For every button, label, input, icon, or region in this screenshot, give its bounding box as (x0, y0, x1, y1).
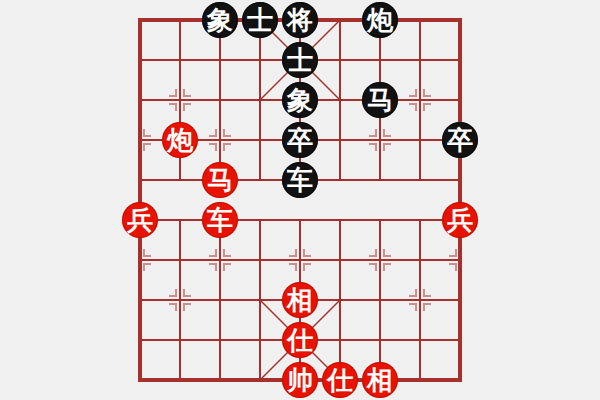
piece-red-elephant[interactable]: 相 (362, 362, 398, 398)
piece-red-soldier[interactable]: 兵 (122, 202, 158, 238)
piece-red-chariot[interactable]: 车 (202, 202, 238, 238)
piece-black-soldier[interactable]: 卒 (282, 122, 318, 158)
piece-red-advisor[interactable]: 仕 (282, 322, 318, 358)
piece-black-horse[interactable]: 马 (362, 82, 398, 118)
piece-black-advisor[interactable]: 士 (282, 42, 318, 78)
piece-black-soldier[interactable]: 卒 (442, 122, 478, 158)
xiangqi-screenshot: 象士将炮士象马卒卒车炮马兵车兵相仕帅仕相 (0, 0, 600, 400)
piece-black-chariot[interactable]: 车 (282, 162, 318, 198)
piece-red-horse[interactable]: 马 (202, 162, 238, 198)
xiangqi-board: 象士将炮士象马卒卒车炮马兵车兵相仕帅仕相 (120, 0, 480, 400)
piece-black-cannon[interactable]: 炮 (362, 2, 398, 38)
piece-red-cannon[interactable]: 炮 (162, 122, 198, 158)
piece-black-advisor[interactable]: 士 (242, 2, 278, 38)
piece-red-advisor[interactable]: 仕 (322, 362, 358, 398)
piece-red-general[interactable]: 帅 (282, 362, 318, 398)
piece-black-elephant[interactable]: 象 (202, 2, 238, 38)
piece-black-elephant[interactable]: 象 (282, 82, 318, 118)
piece-red-elephant[interactable]: 相 (282, 282, 318, 318)
piece-red-soldier[interactable]: 兵 (442, 202, 478, 238)
piece-black-general[interactable]: 将 (282, 2, 318, 38)
